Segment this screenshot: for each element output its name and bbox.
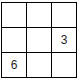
- grid-cell[interactable]: 3: [52, 28, 76, 52]
- grid-cell[interactable]: [2, 3, 26, 27]
- grid-cell[interactable]: [27, 28, 51, 52]
- grid-cell[interactable]: [52, 53, 76, 77]
- grid-cell[interactable]: [2, 28, 26, 52]
- puzzle-grid: 3 6: [1, 2, 77, 78]
- grid-cell[interactable]: [27, 3, 51, 27]
- grid-cell[interactable]: [52, 3, 76, 27]
- grid-cell[interactable]: 6: [2, 53, 26, 77]
- grid-cell[interactable]: [27, 53, 51, 77]
